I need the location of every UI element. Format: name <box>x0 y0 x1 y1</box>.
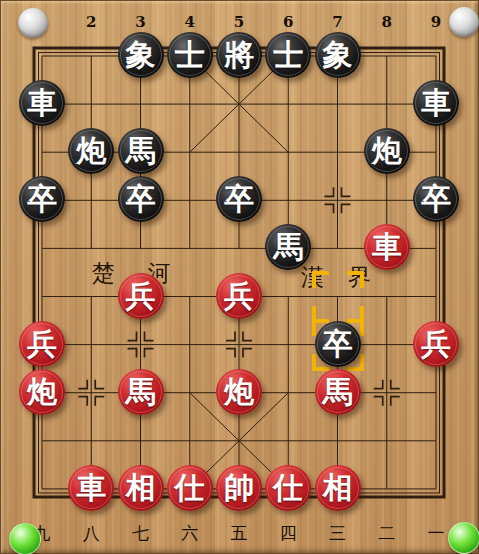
piece-glyph: 車 <box>372 232 402 262</box>
piece-red-horse[interactable]: 馬 <box>118 369 164 415</box>
piece-glyph: 相 <box>323 473 353 503</box>
piece-glyph: 炮 <box>224 377 254 407</box>
piece-red-soldier[interactable]: 兵 <box>216 273 262 319</box>
piece-glyph: 象 <box>126 40 156 70</box>
piece-glyph: 兵 <box>27 329 57 359</box>
piece-glyph: 車 <box>421 88 451 118</box>
piece-black-soldier[interactable]: 卒 <box>118 176 164 222</box>
piece-black-horse[interactable]: 馬 <box>265 224 311 270</box>
piece-glyph: 卒 <box>421 184 451 214</box>
piece-glyph: 馬 <box>273 232 303 262</box>
piece-black-horse[interactable]: 馬 <box>118 128 164 174</box>
piece-black-general[interactable]: 將 <box>216 32 262 78</box>
piece-black-soldier[interactable]: 卒 <box>413 176 459 222</box>
piece-red-chariot[interactable]: 車 <box>364 224 410 270</box>
piece-red-soldier[interactable]: 兵 <box>19 321 65 367</box>
piece-black-cannon[interactable]: 炮 <box>68 128 114 174</box>
piece-glyph: 象 <box>323 40 353 70</box>
piece-glyph: 車 <box>27 88 57 118</box>
piece-glyph: 炮 <box>372 136 402 166</box>
piece-red-soldier[interactable]: 兵 <box>413 321 459 367</box>
piece-red-soldier[interactable]: 兵 <box>118 273 164 319</box>
piece-red-cannon[interactable]: 炮 <box>19 369 65 415</box>
piece-red-advisor[interactable]: 仕 <box>167 465 213 511</box>
piece-glyph: 馬 <box>126 377 156 407</box>
piece-glyph: 仕 <box>273 473 303 503</box>
piece-glyph: 卒 <box>323 329 353 359</box>
piece-glyph: 馬 <box>126 136 156 166</box>
piece-black-elephant[interactable]: 象 <box>315 32 361 78</box>
piece-black-cannon[interactable]: 炮 <box>364 128 410 174</box>
piece-glyph: 士 <box>273 40 303 70</box>
piece-black-advisor[interactable]: 士 <box>265 32 311 78</box>
piece-glyph: 仕 <box>175 473 205 503</box>
piece-black-advisor[interactable]: 士 <box>167 32 213 78</box>
piece-black-soldier[interactable]: 卒 <box>216 176 262 222</box>
piece-glyph: 馬 <box>323 377 353 407</box>
piece-glyph: 炮 <box>76 136 106 166</box>
piece-red-advisor[interactable]: 仕 <box>265 465 311 511</box>
piece-red-cannon[interactable]: 炮 <box>216 369 262 415</box>
piece-red-horse[interactable]: 馬 <box>315 369 361 415</box>
piece-glyph: 卒 <box>224 184 254 214</box>
piece-red-general[interactable]: 帥 <box>216 465 262 511</box>
piece-glyph: 將 <box>224 40 254 70</box>
piece-black-soldier[interactable]: 卒 <box>315 321 361 367</box>
piece-black-chariot[interactable]: 車 <box>413 80 459 126</box>
piece-red-elephant[interactable]: 相 <box>118 465 164 511</box>
piece-glyph: 相 <box>126 473 156 503</box>
xiangqi-board: 123456789九八七六五四三二一 楚河 漢界 象士將士象車車炮馬炮卒卒卒卒馬… <box>0 0 479 554</box>
piece-glyph: 卒 <box>27 184 57 214</box>
piece-red-chariot[interactable]: 車 <box>68 465 114 511</box>
piece-black-soldier[interactable]: 卒 <box>19 176 65 222</box>
piece-glyph: 兵 <box>126 281 156 311</box>
piece-glyph: 兵 <box>421 329 451 359</box>
piece-glyph: 車 <box>76 473 106 503</box>
piece-red-elephant[interactable]: 相 <box>315 465 361 511</box>
piece-black-elephant[interactable]: 象 <box>118 32 164 78</box>
piece-glyph: 炮 <box>27 377 57 407</box>
piece-glyph: 士 <box>175 40 205 70</box>
piece-glyph: 卒 <box>126 184 156 214</box>
piece-glyph: 帥 <box>224 473 254 503</box>
piece-black-chariot[interactable]: 車 <box>19 80 65 126</box>
piece-glyph: 兵 <box>224 281 254 311</box>
